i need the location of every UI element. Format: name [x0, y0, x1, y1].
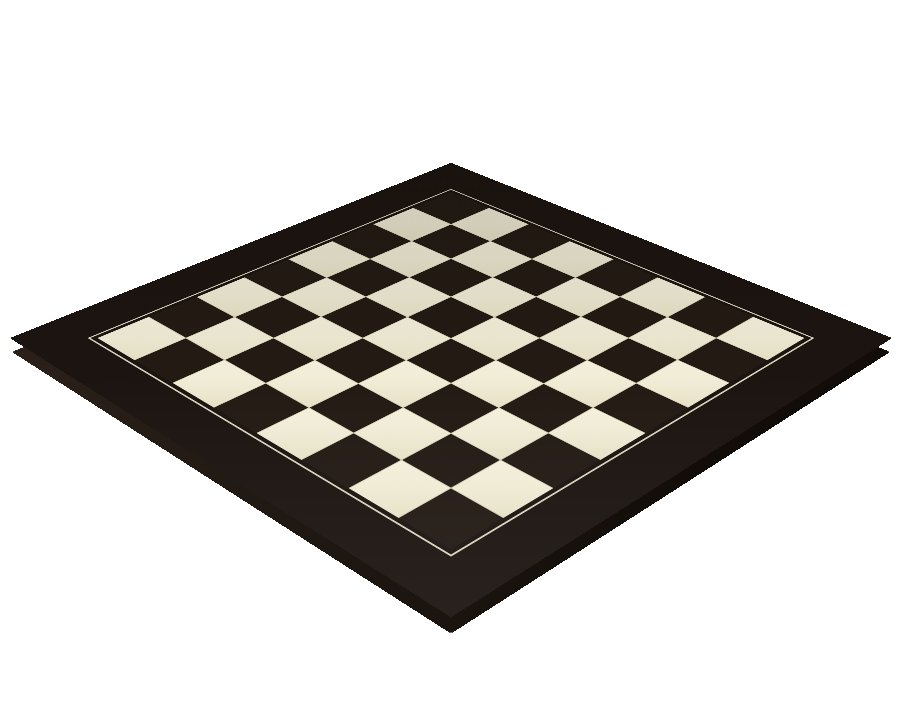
- product-photo-stage: [0, 0, 900, 720]
- chess-board: [10, 163, 892, 617]
- playing-field: [97, 192, 804, 549]
